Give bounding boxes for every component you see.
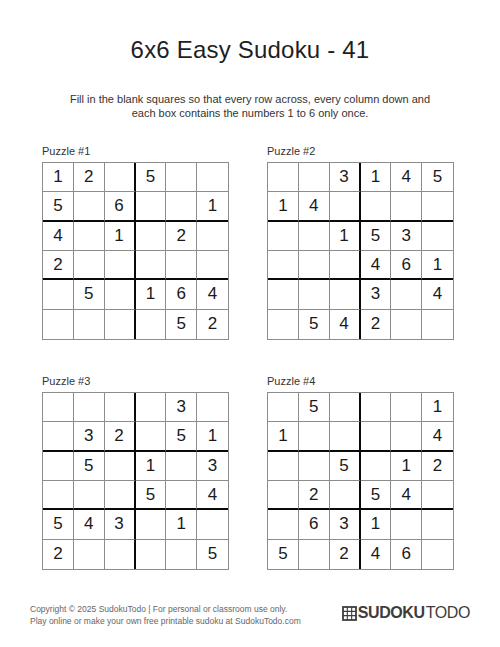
logo-sudoku: SUDOKU (358, 604, 425, 622)
empty-cell (74, 251, 105, 280)
instructions-line-2: each box contains the numbers 1 to 6 onl… (0, 106, 500, 120)
given-cell: 4 (197, 481, 228, 510)
puzzle-label: Puzzle #2 (267, 145, 454, 157)
given-cell: 5 (43, 192, 74, 221)
empty-cell (166, 481, 197, 510)
empty-cell (43, 481, 74, 510)
footer-text: Copyright © 2025 SudokuTodo | For person… (30, 603, 301, 627)
given-cell: 4 (391, 481, 422, 510)
empty-cell (43, 452, 74, 481)
empty-cell (391, 310, 422, 339)
empty-cell (268, 251, 299, 280)
empty-cell (422, 192, 453, 221)
given-cell: 5 (136, 163, 167, 192)
given-cell: 4 (422, 280, 453, 309)
given-cell: 1 (43, 163, 74, 192)
given-cell: 1 (330, 222, 361, 251)
given-cell: 2 (105, 422, 136, 451)
empty-cell (268, 393, 299, 422)
given-cell: 3 (166, 393, 197, 422)
given-cell: 2 (299, 481, 330, 510)
given-cell: 5 (361, 222, 392, 251)
empty-cell (299, 540, 330, 569)
empty-cell (43, 310, 74, 339)
given-cell: 4 (361, 540, 392, 569)
empty-cell (330, 393, 361, 422)
empty-cell (391, 422, 422, 451)
sudoku-grid: 1255614122516452 (42, 162, 229, 340)
empty-cell (166, 192, 197, 221)
given-cell: 6 (391, 540, 422, 569)
empty-cell (361, 393, 392, 422)
empty-cell (361, 192, 392, 221)
empty-cell (136, 310, 167, 339)
empty-cell (197, 393, 228, 422)
given-cell: 5 (74, 452, 105, 481)
empty-cell (361, 452, 392, 481)
empty-cell (136, 222, 167, 251)
empty-cell (43, 393, 74, 422)
given-cell: 1 (361, 510, 392, 539)
empty-cell (422, 310, 453, 339)
given-cell: 2 (43, 251, 74, 280)
instructions-line-1: Fill in the blank squares so that every … (0, 92, 500, 106)
given-cell: 5 (136, 481, 167, 510)
empty-cell (268, 452, 299, 481)
empty-cell (136, 251, 167, 280)
given-cell: 3 (74, 422, 105, 451)
empty-cell (299, 251, 330, 280)
empty-cell (136, 192, 167, 221)
copyright-line: Copyright © 2025 SudokuTodo | For person… (30, 603, 301, 615)
empty-cell (330, 481, 361, 510)
given-cell: 3 (197, 452, 228, 481)
empty-cell (105, 452, 136, 481)
empty-cell (330, 422, 361, 451)
given-cell: 2 (74, 163, 105, 192)
given-cell: 2 (166, 222, 197, 251)
empty-cell (197, 251, 228, 280)
empty-cell (74, 222, 105, 251)
empty-cell (299, 280, 330, 309)
given-cell: 3 (361, 280, 392, 309)
given-cell: 1 (422, 393, 453, 422)
empty-cell (361, 422, 392, 451)
given-cell: 3 (105, 510, 136, 539)
given-cell: 4 (361, 251, 392, 280)
given-cell: 3 (330, 163, 361, 192)
empty-cell (330, 251, 361, 280)
empty-cell (105, 393, 136, 422)
play-online-line: Play online or make your own free printa… (30, 615, 301, 627)
given-cell: 5 (330, 452, 361, 481)
empty-cell (43, 422, 74, 451)
empty-cell (391, 510, 422, 539)
given-cell: 1 (197, 192, 228, 221)
printable-sudoku-page: 6x6 Easy Sudoku - 41 Fill in the blank s… (0, 0, 500, 647)
given-cell: 6 (166, 280, 197, 309)
given-cell: 4 (422, 422, 453, 451)
empty-cell (166, 452, 197, 481)
empty-cell (105, 280, 136, 309)
puzzle-label: Puzzle #1 (42, 145, 229, 157)
given-cell: 6 (105, 192, 136, 221)
puzzle-2: Puzzle #2 31451415346134542 (267, 145, 454, 340)
empty-cell (74, 393, 105, 422)
empty-cell (136, 422, 167, 451)
logo-todo: TODO (426, 604, 470, 622)
empty-cell (391, 280, 422, 309)
given-cell: 1 (136, 452, 167, 481)
puzzle-1: Puzzle #1 1255614122516452 (42, 145, 229, 340)
empty-cell (105, 540, 136, 569)
given-cell: 3 (391, 222, 422, 251)
given-cell: 5 (422, 163, 453, 192)
empty-cell (197, 510, 228, 539)
given-cell: 1 (166, 510, 197, 539)
empty-cell (268, 310, 299, 339)
given-cell: 5 (299, 393, 330, 422)
given-cell: 1 (197, 422, 228, 451)
given-cell: 4 (74, 510, 105, 539)
given-cell: 2 (330, 540, 361, 569)
empty-cell (166, 540, 197, 569)
sudoku-grid: 3325151354543125 (42, 392, 229, 570)
empty-cell (74, 192, 105, 221)
empty-cell (43, 280, 74, 309)
given-cell: 5 (74, 280, 105, 309)
given-cell: 2 (43, 540, 74, 569)
empty-cell (105, 163, 136, 192)
empty-cell (166, 163, 197, 192)
puzzle-label: Puzzle #4 (267, 375, 454, 387)
given-cell: 2 (422, 452, 453, 481)
empty-cell (74, 540, 105, 569)
given-cell: 4 (197, 280, 228, 309)
empty-cell (166, 251, 197, 280)
given-cell: 4 (43, 222, 74, 251)
puzzle-4: Puzzle #4 51145122546315246 (267, 375, 454, 570)
given-cell: 5 (43, 510, 74, 539)
page-title: 6x6 Easy Sudoku - 41 (0, 36, 500, 64)
given-cell: 1 (391, 452, 422, 481)
given-cell: 6 (299, 510, 330, 539)
empty-cell (422, 510, 453, 539)
given-cell: 1 (422, 251, 453, 280)
empty-cell (105, 310, 136, 339)
given-cell: 6 (391, 251, 422, 280)
empty-cell (299, 452, 330, 481)
given-cell: 1 (361, 163, 392, 192)
given-cell: 3 (330, 510, 361, 539)
empty-cell (268, 163, 299, 192)
given-cell: 4 (391, 163, 422, 192)
empty-cell (422, 540, 453, 569)
empty-cell (391, 393, 422, 422)
given-cell: 5 (166, 422, 197, 451)
puzzle-label: Puzzle #3 (42, 375, 229, 387)
sudoku-grid: 31451415346134542 (267, 162, 454, 340)
empty-cell (299, 163, 330, 192)
empty-cell (105, 481, 136, 510)
empty-cell (74, 481, 105, 510)
sudoku-grid: 51145122546315246 (267, 392, 454, 570)
empty-cell (105, 251, 136, 280)
empty-cell (136, 510, 167, 539)
empty-cell (422, 481, 453, 510)
given-cell: 5 (268, 540, 299, 569)
empty-cell (74, 310, 105, 339)
empty-cell (330, 280, 361, 309)
empty-cell (136, 540, 167, 569)
given-cell: 4 (330, 310, 361, 339)
sudoku-grid-icon (342, 606, 357, 621)
empty-cell (197, 163, 228, 192)
empty-cell (136, 393, 167, 422)
empty-cell (197, 222, 228, 251)
empty-cell (422, 222, 453, 251)
puzzle-3: Puzzle #3 3325151354543125 (42, 375, 229, 570)
given-cell: 1 (268, 192, 299, 221)
given-cell: 2 (197, 310, 228, 339)
empty-cell (268, 481, 299, 510)
empty-cell (299, 422, 330, 451)
given-cell: 2 (361, 310, 392, 339)
instructions: Fill in the blank squares so that every … (0, 92, 500, 120)
brand-logo: SUDOKU TODO (342, 604, 470, 622)
given-cell: 4 (299, 192, 330, 221)
empty-cell (268, 280, 299, 309)
given-cell: 1 (268, 422, 299, 451)
given-cell: 1 (105, 222, 136, 251)
given-cell: 5 (166, 310, 197, 339)
given-cell: 5 (299, 310, 330, 339)
given-cell: 5 (197, 540, 228, 569)
given-cell: 5 (361, 481, 392, 510)
empty-cell (268, 222, 299, 251)
empty-cell (391, 192, 422, 221)
empty-cell (268, 510, 299, 539)
empty-cell (299, 222, 330, 251)
given-cell: 1 (136, 280, 167, 309)
empty-cell (330, 192, 361, 221)
